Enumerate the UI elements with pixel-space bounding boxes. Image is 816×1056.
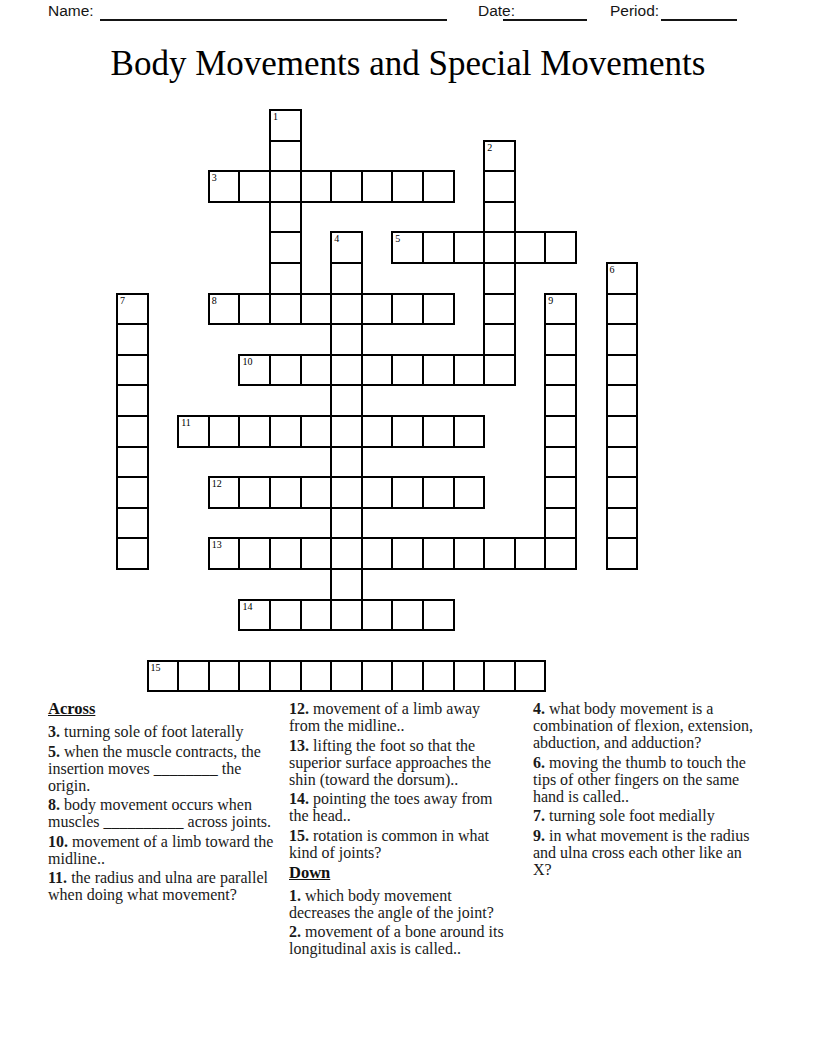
cell-r6-c0[interactable]: 7 xyxy=(116,293,149,326)
clue-number-label: 10. xyxy=(48,833,68,850)
cell-r6-c8[interactable] xyxy=(361,293,394,326)
cell-r11-c7[interactable] xyxy=(330,446,363,479)
clue-number-label: 5. xyxy=(48,743,60,760)
cell-r14-c3[interactable]: 13 xyxy=(208,537,241,570)
cell-r5-c7[interactable] xyxy=(330,262,363,295)
cell-r9-c16[interactable] xyxy=(606,384,639,417)
cell-r13-c0[interactable] xyxy=(116,507,149,540)
cell-number-9: 9 xyxy=(548,295,553,306)
cell-r14-c9[interactable] xyxy=(391,537,424,570)
worksheet-page: Name: Date: Period: Body Movements and S… xyxy=(0,0,816,1056)
cell-r4-c5[interactable] xyxy=(269,231,302,264)
cell-r7-c16[interactable] xyxy=(606,323,639,356)
cell-r13-c14[interactable] xyxy=(544,507,577,540)
cell-r2-c7[interactable] xyxy=(330,170,363,203)
cell-r8-c10[interactable] xyxy=(422,354,455,387)
clue-across-15: 15. rotation is common in what kind of j… xyxy=(289,827,513,861)
clue-across-5: 5. when the muscle contracts, the insert… xyxy=(48,743,274,794)
cell-r8-c4[interactable]: 10 xyxy=(238,354,271,387)
clue-number-label: 2. xyxy=(289,923,301,940)
cell-r7-c12[interactable] xyxy=(483,323,516,356)
cell-r4-c7[interactable]: 4 xyxy=(330,231,363,264)
name-blank-line[interactable] xyxy=(100,19,447,21)
cell-r14-c12[interactable] xyxy=(483,537,516,570)
cell-r4-c12[interactable] xyxy=(483,231,516,264)
cell-r8-c7[interactable] xyxy=(330,354,363,387)
cell-r6-c16[interactable] xyxy=(606,293,639,326)
cell-r16-c9[interactable] xyxy=(391,599,424,632)
clue-down-4: 4. what body movement is a combination o… xyxy=(533,700,760,751)
cell-r3-c5[interactable] xyxy=(269,201,302,234)
clue-number-label: 15. xyxy=(289,827,309,844)
cell-number-10: 10 xyxy=(242,356,252,367)
name-label: Name: xyxy=(48,2,94,20)
cell-number-5: 5 xyxy=(395,233,400,244)
cell-r10-c4[interactable] xyxy=(238,415,271,448)
clue-number-label: 9. xyxy=(533,827,545,844)
cell-r12-c6[interactable] xyxy=(300,476,333,509)
cell-r12-c4[interactable] xyxy=(238,476,271,509)
cell-r16-c7[interactable] xyxy=(330,599,363,632)
clue-number-label: 14. xyxy=(289,790,309,807)
cell-r10-c6[interactable] xyxy=(300,415,333,448)
cell-r5-c12[interactable] xyxy=(483,262,516,295)
cell-r14-c11[interactable] xyxy=(453,537,486,570)
clue-number-label: 13. xyxy=(289,737,309,754)
cell-r12-c9[interactable] xyxy=(391,476,424,509)
cell-r14-c16[interactable] xyxy=(606,537,639,570)
cell-r6-c14[interactable]: 9 xyxy=(544,293,577,326)
clue-down-1: 1. which body movement decreases the ang… xyxy=(289,887,513,921)
clue-number-label: 12. xyxy=(289,700,309,717)
clue-number-label: 11. xyxy=(48,869,67,886)
cell-r14-c4[interactable] xyxy=(238,537,271,570)
cell-r8-c12[interactable] xyxy=(483,354,516,387)
clue-down-2: 2. movement of a bone around its longitu… xyxy=(289,923,513,957)
cell-r18-c2[interactable] xyxy=(177,660,210,693)
cell-r16-c8[interactable] xyxy=(361,599,394,632)
cell-r4-c14[interactable] xyxy=(544,231,577,264)
cell-r18-c1[interactable]: 15 xyxy=(147,660,180,693)
cell-r18-c13[interactable] xyxy=(514,660,547,693)
cell-r18-c9[interactable] xyxy=(391,660,424,693)
cell-r11-c14[interactable] xyxy=(544,446,577,479)
cell-r9-c14[interactable] xyxy=(544,384,577,417)
cell-r12-c14[interactable] xyxy=(544,476,577,509)
cell-r2-c8[interactable] xyxy=(361,170,394,203)
cell-r6-c12[interactable] xyxy=(483,293,516,326)
cell-r10-c7[interactable] xyxy=(330,415,363,448)
cell-number-6: 6 xyxy=(610,264,615,275)
clue-across-12: 12. movement of a limb away from the mid… xyxy=(289,700,513,734)
clue-column-middle: 12. movement of a limb away from the mid… xyxy=(289,700,513,960)
crossword-grid: 123456789101112131415 xyxy=(117,110,637,691)
cell-r10-c3[interactable] xyxy=(208,415,241,448)
cell-r6-c7[interactable] xyxy=(330,293,363,326)
clue-number-label: 1. xyxy=(289,887,301,904)
page-title: Body Movements and Special Movements xyxy=(0,44,816,84)
cell-r9-c7[interactable] xyxy=(330,384,363,417)
cell-r2-c10[interactable] xyxy=(422,170,455,203)
cell-r18-c7[interactable] xyxy=(330,660,363,693)
cell-r6-c3[interactable]: 8 xyxy=(208,293,241,326)
cell-r4-c9[interactable]: 5 xyxy=(391,231,424,264)
cell-r12-c16[interactable] xyxy=(606,476,639,509)
cell-r10-c11[interactable] xyxy=(453,415,486,448)
cell-r10-c14[interactable] xyxy=(544,415,577,448)
cell-r2-c4[interactable] xyxy=(238,170,271,203)
cell-r14-c14[interactable] xyxy=(544,537,577,570)
cell-r10-c5[interactable] xyxy=(269,415,302,448)
cell-r3-c12[interactable] xyxy=(483,201,516,234)
clue-column-right: 4. what body movement is a combination o… xyxy=(533,700,760,880)
cell-r12-c10[interactable] xyxy=(422,476,455,509)
cell-r8-c0[interactable] xyxy=(116,354,149,387)
cell-r14-c0[interactable] xyxy=(116,537,149,570)
cell-r4-c13[interactable] xyxy=(514,231,547,264)
across-heading: Across xyxy=(48,700,274,717)
cell-r13-c7[interactable] xyxy=(330,507,363,540)
cell-r2-c5[interactable] xyxy=(269,170,302,203)
clue-number-label: 7. xyxy=(533,807,545,824)
cell-r2-c12[interactable] xyxy=(483,170,516,203)
cell-number-2: 2 xyxy=(487,142,492,153)
cell-r10-c8[interactable] xyxy=(361,415,394,448)
clue-across-10: 10. movement of a limb toward the midlin… xyxy=(48,833,274,867)
cell-r5-c16[interactable]: 6 xyxy=(606,262,639,295)
cell-r13-c16[interactable] xyxy=(606,507,639,540)
cell-r1-c12[interactable]: 2 xyxy=(483,140,516,173)
cell-r6-c9[interactable] xyxy=(391,293,424,326)
cell-r10-c2[interactable]: 11 xyxy=(177,415,210,448)
cell-r11-c16[interactable] xyxy=(606,446,639,479)
cell-r14-c8[interactable] xyxy=(361,537,394,570)
cell-r18-c11[interactable] xyxy=(453,660,486,693)
cell-r12-c8[interactable] xyxy=(361,476,394,509)
cell-r18-c12[interactable] xyxy=(483,660,516,693)
clue-number-label: 6. xyxy=(533,754,545,771)
cell-number-15: 15 xyxy=(151,662,161,673)
cell-r1-c5[interactable] xyxy=(269,140,302,173)
cell-r12-c5[interactable] xyxy=(269,476,302,509)
cell-r16-c6[interactable] xyxy=(300,599,333,632)
cell-r6-c5[interactable] xyxy=(269,293,302,326)
clue-down-9: 9. in what movement is the radius and ul… xyxy=(533,827,760,878)
cell-number-14: 14 xyxy=(242,601,252,612)
cell-number-7: 7 xyxy=(120,295,125,306)
cell-number-1: 1 xyxy=(273,111,278,122)
cell-r15-c7[interactable] xyxy=(330,568,363,601)
cell-r7-c0[interactable] xyxy=(116,323,149,356)
cell-r8-c5[interactable] xyxy=(269,354,302,387)
cell-r2-c3[interactable]: 3 xyxy=(208,170,241,203)
cell-r16-c4[interactable]: 14 xyxy=(238,599,271,632)
cell-r18-c8[interactable] xyxy=(361,660,394,693)
clue-across-8: 8. body movement occurs when muscles ___… xyxy=(48,796,274,830)
cell-r8-c8[interactable] xyxy=(361,354,394,387)
cell-r14-c10[interactable] xyxy=(422,537,455,570)
cell-r11-c0[interactable] xyxy=(116,446,149,479)
cell-number-3: 3 xyxy=(212,172,217,183)
cell-r16-c5[interactable] xyxy=(269,599,302,632)
cell-r16-c10[interactable] xyxy=(422,599,455,632)
cell-r5-c5[interactable] xyxy=(269,262,302,295)
date-label: Date: xyxy=(478,2,515,20)
clue-down-6: 6. moving the thumb to touch the tips of… xyxy=(533,754,760,805)
cell-r8-c14[interactable] xyxy=(544,354,577,387)
cell-r0-c5[interactable]: 1 xyxy=(269,109,302,142)
cell-r4-c11[interactable] xyxy=(453,231,486,264)
cell-r8-c11[interactable] xyxy=(453,354,486,387)
cell-r14-c7[interactable] xyxy=(330,537,363,570)
cell-r10-c0[interactable] xyxy=(116,415,149,448)
cell-number-12: 12 xyxy=(212,478,222,489)
period-blank-line[interactable] xyxy=(661,19,737,21)
cell-r10-c10[interactable] xyxy=(422,415,455,448)
cell-r10-c16[interactable] xyxy=(606,415,639,448)
clue-across-11: 11. the radius and ulna are parallel whe… xyxy=(48,869,274,903)
cell-r6-c10[interactable] xyxy=(422,293,455,326)
clue-number-label: 3. xyxy=(48,723,60,740)
date-blank-line[interactable] xyxy=(503,19,587,21)
cell-r18-c10[interactable] xyxy=(422,660,455,693)
cell-number-11: 11 xyxy=(181,417,191,428)
cell-r12-c11[interactable] xyxy=(453,476,486,509)
cell-number-4: 4 xyxy=(334,233,339,244)
cell-r12-c7[interactable] xyxy=(330,476,363,509)
cell-r9-c0[interactable] xyxy=(116,384,149,417)
clue-across-13: 13. lifting the foot so that the superio… xyxy=(289,737,513,788)
cell-r18-c4[interactable] xyxy=(238,660,271,693)
cell-r14-c13[interactable] xyxy=(514,537,547,570)
cell-r10-c9[interactable] xyxy=(391,415,424,448)
cell-r14-c6[interactable] xyxy=(300,537,333,570)
cell-r18-c5[interactable] xyxy=(269,660,302,693)
period-label: Period: xyxy=(610,2,659,20)
cell-r6-c4[interactable] xyxy=(238,293,271,326)
cell-r4-c10[interactable] xyxy=(422,231,455,264)
cell-r6-c6[interactable] xyxy=(300,293,333,326)
cell-r8-c9[interactable] xyxy=(391,354,424,387)
clue-down-7: 7. turning sole foot medially xyxy=(533,807,760,824)
cell-r8-c6[interactable] xyxy=(300,354,333,387)
clue-number-label: 4. xyxy=(533,700,545,717)
cell-r18-c6[interactable] xyxy=(300,660,333,693)
cell-r12-c0[interactable] xyxy=(116,476,149,509)
cell-r14-c5[interactable] xyxy=(269,537,302,570)
cell-r2-c6[interactable] xyxy=(300,170,333,203)
cell-r7-c14[interactable] xyxy=(544,323,577,356)
clue-across-3: 3. turning sole of foot laterally xyxy=(48,723,274,740)
cell-r18-c3[interactable] xyxy=(208,660,241,693)
clue-column-left: Across3. turning sole of foot laterally5… xyxy=(48,700,274,906)
cell-r8-c16[interactable] xyxy=(606,354,639,387)
clue-across-14: 14. pointing the toes away from the head… xyxy=(289,790,513,824)
down-heading: Down xyxy=(289,864,513,881)
cell-number-13: 13 xyxy=(212,539,222,550)
cell-number-8: 8 xyxy=(212,295,217,306)
clue-number-label: 8. xyxy=(48,796,60,813)
cell-r12-c3[interactable]: 12 xyxy=(208,476,241,509)
cell-r7-c7[interactable] xyxy=(330,323,363,356)
cell-r2-c9[interactable] xyxy=(391,170,424,203)
